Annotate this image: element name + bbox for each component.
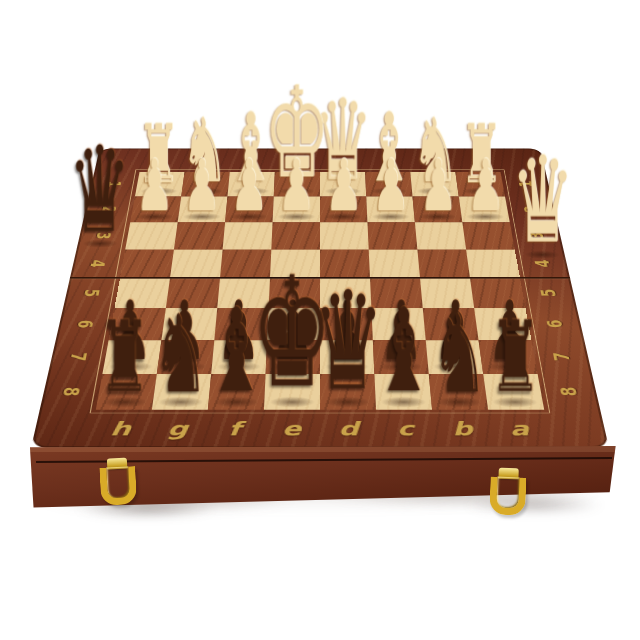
black-queen-spare: ♛: [68, 134, 131, 246]
rank-label-left-4-text: 4: [86, 260, 109, 268]
square-b2: ♟: [413, 196, 463, 222]
file-label-f-text: f: [228, 418, 242, 440]
rank-label-right-3-text: 3: [525, 232, 548, 239]
file-label-h: h: [89, 411, 152, 446]
rank-label-right-8: 8: [540, 374, 598, 410]
rank-label-left-2-text: 2: [98, 206, 120, 213]
rank-label-right-2-text: 2: [520, 206, 542, 213]
rank-label-left-8: 8: [42, 374, 100, 410]
file-label-d-text: d: [338, 418, 359, 440]
white-pawn-g2: ♟: [183, 151, 221, 219]
file-label-a: a: [488, 411, 551, 446]
square-b8: ♞: [429, 374, 488, 410]
clasp-loop: [489, 476, 526, 515]
board-squares: ♜♞♝♚♛♝♞♜♟♟♟♟♟♟♟♟♟♟♟♟♟♟♟♟♜♞♝♚♛♝♞♜: [96, 172, 544, 410]
rank-label-right-1-text: 1: [515, 181, 536, 187]
white-pawn-a2: ♟: [467, 151, 505, 219]
file-label-b-text: b: [451, 418, 474, 440]
file-label-e-text: e: [282, 418, 302, 440]
file-label-a-text: a: [508, 418, 531, 440]
white-pawn-h2: ♟: [136, 151, 174, 219]
white-pawn-f2: ♟: [230, 151, 268, 219]
black-rook-a8: ♜: [489, 312, 541, 406]
square-f2: ♟: [225, 196, 274, 222]
file-label-h-text: h: [109, 418, 133, 440]
file-label-f: f: [205, 411, 264, 446]
white-queen-spare: ♛: [511, 144, 574, 257]
black-rook-h8: ♜: [98, 312, 150, 406]
black-knight-b8: ♞: [431, 303, 488, 405]
chess-set-photo: ♜♞♝♚♛♝♞♜♟♟♟♟♟♟♟♟♟♟♟♟♟♟♟♟♜♞♝♚♛♝♞♜ ♛ ♛ 123…: [0, 0, 640, 640]
square-c3: [367, 222, 417, 249]
file-label-e: e: [262, 411, 320, 446]
square-d2: ♟: [320, 196, 367, 222]
board-plane: ♜♞♝♚♛♝♞♜♟♟♟♟♟♟♟♟♟♟♟♟♟♟♟♟♜♞♝♚♛♝♞♜ ♛ ♛ 123…: [31, 149, 609, 448]
square-b4: [417, 249, 470, 278]
white-pawn-d2: ♟: [325, 151, 363, 219]
square-g3: [174, 222, 225, 249]
file-label-d: d: [320, 411, 378, 446]
square-e2: ♟: [273, 196, 320, 222]
brass-clasp-right: [485, 467, 531, 516]
white-pawn-b2: ♟: [419, 151, 457, 219]
square-c2: ♟: [366, 196, 415, 222]
square-g4: [170, 249, 223, 278]
rank-label-left-1-text: 1: [104, 181, 125, 187]
black-king-e8: ♚: [252, 261, 333, 406]
rank-label-left-3-text: 3: [92, 232, 115, 239]
square-h4: [120, 249, 174, 278]
square-b3: [415, 222, 466, 249]
clasp-loop: [99, 466, 137, 506]
square-e8: ♚: [264, 374, 320, 410]
square-h8: ♜: [96, 374, 157, 410]
rank-label-right-4-text: 4: [530, 260, 553, 268]
square-g2: ♟: [178, 196, 228, 222]
brass-clasp-left: [95, 457, 141, 506]
black-knight-g8: ♞: [152, 303, 209, 405]
square-a3: [462, 222, 514, 249]
square-a2: ♟: [459, 196, 510, 222]
file-label-c-text: c: [396, 418, 414, 440]
file-label-c: c: [376, 411, 435, 446]
square-g8: ♞: [152, 374, 211, 410]
white-pawn-c2: ♟: [372, 151, 410, 219]
file-label-b: b: [432, 411, 493, 446]
white-pawn-e2: ♟: [277, 151, 315, 219]
file-label-g: g: [147, 411, 208, 446]
square-h3: [125, 222, 177, 249]
square-a8: ♜: [483, 374, 544, 410]
file-label-g-text: g: [166, 418, 189, 440]
square-h2: ♟: [130, 196, 181, 222]
